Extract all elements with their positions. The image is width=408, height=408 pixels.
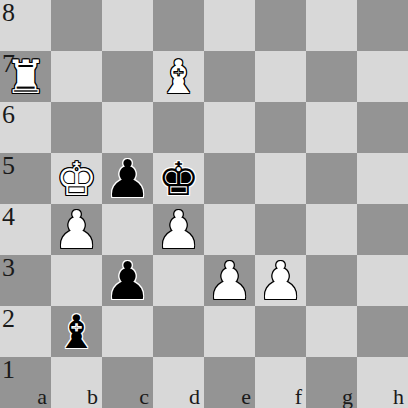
square-d8[interactable] — [153, 0, 204, 51]
square-b2[interactable]: ♝ — [51, 306, 102, 357]
file-label-f: f — [295, 386, 302, 408]
square-g2[interactable] — [306, 306, 357, 357]
black-pawn-c5[interactable]: ♟ — [102, 153, 153, 204]
square-d6[interactable] — [153, 102, 204, 153]
chess-board: 87♜♝65♚♟♚4♟♟3♟♟♟2♝1abcdefgh — [0, 0, 408, 408]
white-king-b5[interactable]: ♚ — [51, 153, 102, 204]
square-h1[interactable]: h — [357, 357, 408, 408]
black-pawn-c3[interactable]: ♟ — [102, 255, 153, 306]
white-rook-a7[interactable]: ♜ — [0, 51, 51, 102]
square-d7[interactable]: ♝ — [153, 51, 204, 102]
square-a6[interactable]: 6 — [0, 102, 51, 153]
square-c5[interactable]: ♟ — [102, 153, 153, 204]
square-e5[interactable] — [204, 153, 255, 204]
square-d1[interactable]: d — [153, 357, 204, 408]
square-d4[interactable]: ♟ — [153, 204, 204, 255]
square-b8[interactable] — [51, 0, 102, 51]
white-pawn-b4[interactable]: ♟ — [51, 204, 102, 255]
file-label-a: a — [37, 386, 47, 408]
white-pawn-e3[interactable]: ♟ — [204, 255, 255, 306]
square-g7[interactable] — [306, 51, 357, 102]
square-h3[interactable] — [357, 255, 408, 306]
square-h2[interactable] — [357, 306, 408, 357]
square-g8[interactable] — [306, 0, 357, 51]
square-b7[interactable] — [51, 51, 102, 102]
black-bishop-b2[interactable]: ♝ — [51, 306, 102, 357]
square-h5[interactable] — [357, 153, 408, 204]
square-h7[interactable] — [357, 51, 408, 102]
square-e3[interactable]: ♟ — [204, 255, 255, 306]
square-c4[interactable] — [102, 204, 153, 255]
square-g5[interactable] — [306, 153, 357, 204]
square-f1[interactable]: f — [255, 357, 306, 408]
rank-label-1: 1 — [2, 357, 15, 383]
square-b3[interactable] — [51, 255, 102, 306]
file-label-g: g — [342, 386, 353, 408]
white-pawn-d4[interactable]: ♟ — [153, 204, 204, 255]
file-label-c: c — [139, 386, 149, 408]
square-e7[interactable] — [204, 51, 255, 102]
square-c8[interactable] — [102, 0, 153, 51]
black-king-d5[interactable]: ♚ — [153, 153, 204, 204]
rank-label-8: 8 — [2, 0, 15, 26]
square-h6[interactable] — [357, 102, 408, 153]
square-c2[interactable] — [102, 306, 153, 357]
square-c7[interactable] — [102, 51, 153, 102]
rank-label-2: 2 — [2, 306, 15, 332]
square-b4[interactable]: ♟ — [51, 204, 102, 255]
square-a2[interactable]: 2 — [0, 306, 51, 357]
square-c3[interactable]: ♟ — [102, 255, 153, 306]
square-e8[interactable] — [204, 0, 255, 51]
rank-label-6: 6 — [2, 102, 15, 128]
square-a1[interactable]: 1a — [0, 357, 51, 408]
square-f5[interactable] — [255, 153, 306, 204]
rank-label-3: 3 — [2, 255, 15, 281]
square-g4[interactable] — [306, 204, 357, 255]
square-a4[interactable]: 4 — [0, 204, 51, 255]
file-label-b: b — [87, 386, 98, 408]
file-label-h: h — [393, 386, 404, 408]
square-f8[interactable] — [255, 0, 306, 51]
square-e1[interactable]: e — [204, 357, 255, 408]
square-g6[interactable] — [306, 102, 357, 153]
square-f6[interactable] — [255, 102, 306, 153]
square-f2[interactable] — [255, 306, 306, 357]
white-bishop-d7[interactable]: ♝ — [153, 51, 204, 102]
square-c1[interactable]: c — [102, 357, 153, 408]
square-e4[interactable] — [204, 204, 255, 255]
chess-diagram: 87♜♝65♚♟♚4♟♟3♟♟♟2♝1abcdefgh — [0, 0, 408, 408]
square-f4[interactable] — [255, 204, 306, 255]
square-h8[interactable] — [357, 0, 408, 51]
square-b6[interactable] — [51, 102, 102, 153]
square-f7[interactable] — [255, 51, 306, 102]
square-a8[interactable]: 8 — [0, 0, 51, 51]
square-h4[interactable] — [357, 204, 408, 255]
square-d3[interactable] — [153, 255, 204, 306]
square-g1[interactable]: g — [306, 357, 357, 408]
square-e2[interactable] — [204, 306, 255, 357]
white-pawn-f3[interactable]: ♟ — [255, 255, 306, 306]
square-a5[interactable]: 5 — [0, 153, 51, 204]
square-d5[interactable]: ♚ — [153, 153, 204, 204]
square-g3[interactable] — [306, 255, 357, 306]
rank-label-5: 5 — [2, 153, 15, 179]
square-a3[interactable]: 3 — [0, 255, 51, 306]
square-c6[interactable] — [102, 102, 153, 153]
square-f3[interactable]: ♟ — [255, 255, 306, 306]
rank-label-4: 4 — [2, 204, 15, 230]
square-d2[interactable] — [153, 306, 204, 357]
file-label-d: d — [189, 386, 200, 408]
square-b1[interactable]: b — [51, 357, 102, 408]
square-e6[interactable] — [204, 102, 255, 153]
file-label-e: e — [241, 386, 251, 408]
square-b5[interactable]: ♚ — [51, 153, 102, 204]
square-a7[interactable]: 7♜ — [0, 51, 51, 102]
